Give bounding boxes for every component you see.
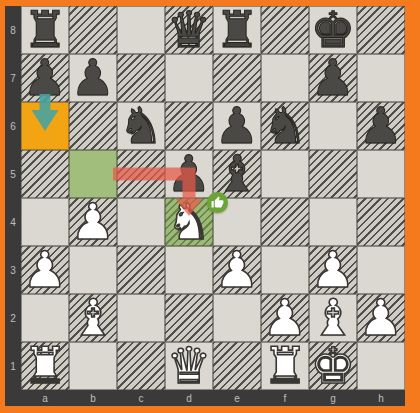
file-label-c: c <box>117 390 165 406</box>
square-f4[interactable] <box>261 198 309 246</box>
black-queen[interactable]: ♛ <box>165 6 213 54</box>
square-d3[interactable] <box>165 246 213 294</box>
highlight-a6 <box>21 102 69 150</box>
white-queen[interactable]: ♛ <box>165 342 213 390</box>
square-d6[interactable] <box>165 102 213 150</box>
board-panel: 87654321 ♜♛♜♚♟♟♟♞♟♞♟♟♝♟♞♟♟♟♝♟♝♟♜♛♜♚ abcd… <box>5 6 405 406</box>
square-b4[interactable]: ♟ <box>69 198 117 246</box>
square-a1[interactable]: ♜ <box>21 342 69 390</box>
square-d2[interactable] <box>165 294 213 342</box>
square-f3[interactable] <box>261 246 309 294</box>
square-c4[interactable] <box>117 198 165 246</box>
white-pawn[interactable]: ♟ <box>213 246 261 294</box>
square-h6[interactable]: ♟ <box>357 102 405 150</box>
black-pawn[interactable]: ♟ <box>357 102 405 150</box>
white-bishop[interactable]: ♝ <box>69 294 117 342</box>
highlight-b5 <box>69 150 117 198</box>
white-king[interactable]: ♚ <box>309 342 357 390</box>
rank-label-6: 6 <box>5 102 21 150</box>
square-f8[interactable] <box>261 6 309 54</box>
square-h1[interactable] <box>357 342 405 390</box>
square-g8[interactable]: ♚ <box>309 6 357 54</box>
square-b2[interactable]: ♝ <box>69 294 117 342</box>
square-a7[interactable]: ♟ <box>21 54 69 102</box>
square-e2[interactable] <box>213 294 261 342</box>
square-b3[interactable] <box>69 246 117 294</box>
rank-label-4: 4 <box>5 198 21 246</box>
square-h2[interactable]: ♟ <box>357 294 405 342</box>
white-pawn[interactable]: ♟ <box>309 246 357 294</box>
square-c6[interactable]: ♞ <box>117 102 165 150</box>
square-f1[interactable]: ♜ <box>261 342 309 390</box>
square-b5[interactable] <box>69 150 117 198</box>
square-a3[interactable]: ♟ <box>21 246 69 294</box>
square-f6[interactable]: ♞ <box>261 102 309 150</box>
square-d8[interactable]: ♛ <box>165 6 213 54</box>
square-d7[interactable] <box>165 54 213 102</box>
rank-label-3: 3 <box>5 246 21 294</box>
black-pawn[interactable]: ♟ <box>165 150 213 198</box>
white-pawn[interactable]: ♟ <box>21 246 69 294</box>
square-h5[interactable] <box>357 150 405 198</box>
square-g2[interactable]: ♝ <box>309 294 357 342</box>
square-c3[interactable] <box>117 246 165 294</box>
square-e7[interactable] <box>213 54 261 102</box>
black-pawn[interactable]: ♟ <box>309 54 357 102</box>
square-f5[interactable] <box>261 150 309 198</box>
rank-label-5: 5 <box>5 150 21 198</box>
white-rook[interactable]: ♜ <box>261 342 309 390</box>
square-c8[interactable] <box>117 6 165 54</box>
good-move-badge <box>207 192 228 213</box>
square-e5[interactable]: ♝ <box>213 150 261 198</box>
square-d4[interactable]: ♞ <box>165 198 213 246</box>
black-king[interactable]: ♚ <box>309 6 357 54</box>
white-rook[interactable]: ♜ <box>21 342 69 390</box>
square-b8[interactable] <box>69 6 117 54</box>
square-g3[interactable]: ♟ <box>309 246 357 294</box>
square-b7[interactable]: ♟ <box>69 54 117 102</box>
square-e8[interactable]: ♜ <box>213 6 261 54</box>
rank-label-8: 8 <box>5 6 21 54</box>
square-c5[interactable] <box>117 150 165 198</box>
square-g6[interactable] <box>309 102 357 150</box>
black-pawn[interactable]: ♟ <box>213 102 261 150</box>
rank-label-1: 1 <box>5 342 21 390</box>
white-pawn[interactable]: ♟ <box>69 198 117 246</box>
chess-board[interactable]: ♜♛♜♚♟♟♟♞♟♞♟♟♝♟♞♟♟♟♝♟♝♟♜♛♜♚ <box>21 6 405 390</box>
square-c1[interactable] <box>117 342 165 390</box>
white-pawn[interactable]: ♟ <box>261 294 309 342</box>
square-a8[interactable]: ♜ <box>21 6 69 54</box>
square-a4[interactable] <box>21 198 69 246</box>
square-c7[interactable] <box>117 54 165 102</box>
thumbs-up-icon <box>211 196 224 209</box>
square-c2[interactable] <box>117 294 165 342</box>
black-rook[interactable]: ♜ <box>21 6 69 54</box>
rank-label-2: 2 <box>5 294 21 342</box>
square-a5[interactable] <box>21 150 69 198</box>
square-a6[interactable] <box>21 102 69 150</box>
square-f7[interactable] <box>261 54 309 102</box>
square-h7[interactable] <box>357 54 405 102</box>
black-pawn[interactable]: ♟ <box>69 54 117 102</box>
board-frame: 87654321 ♜♛♜♚♟♟♟♞♟♞♟♟♝♟♞♟♟♟♝♟♝♟♜♛♜♚ abcd… <box>0 0 420 413</box>
square-a2[interactable] <box>21 294 69 342</box>
white-bishop[interactable]: ♝ <box>309 294 357 342</box>
black-knight[interactable]: ♞ <box>261 102 309 150</box>
white-pawn[interactable]: ♟ <box>357 294 405 342</box>
black-rook[interactable]: ♜ <box>213 6 261 54</box>
square-g5[interactable] <box>309 150 357 198</box>
square-g4[interactable] <box>309 198 357 246</box>
black-bishop[interactable]: ♝ <box>213 150 261 198</box>
black-knight[interactable]: ♞ <box>117 102 165 150</box>
square-d1[interactable]: ♛ <box>165 342 213 390</box>
square-g7[interactable]: ♟ <box>309 54 357 102</box>
square-h3[interactable] <box>357 246 405 294</box>
square-e6[interactable]: ♟ <box>213 102 261 150</box>
black-pawn[interactable]: ♟ <box>21 54 69 102</box>
white-knight[interactable]: ♞ <box>165 198 213 246</box>
square-f2[interactable]: ♟ <box>261 294 309 342</box>
square-b6[interactable] <box>69 102 117 150</box>
square-e1[interactable] <box>213 342 261 390</box>
square-d5[interactable]: ♟ <box>165 150 213 198</box>
square-h4[interactable] <box>357 198 405 246</box>
square-g1[interactable]: ♚ <box>309 342 357 390</box>
square-e3[interactable]: ♟ <box>213 246 261 294</box>
square-b1[interactable] <box>69 342 117 390</box>
file-label-h: h <box>357 390 405 406</box>
file-label-e: e <box>213 390 261 406</box>
rank-labels: 87654321 <box>5 6 21 390</box>
file-label-b: b <box>69 390 117 406</box>
square-h8[interactable] <box>357 6 405 54</box>
rank-label-7: 7 <box>5 54 21 102</box>
